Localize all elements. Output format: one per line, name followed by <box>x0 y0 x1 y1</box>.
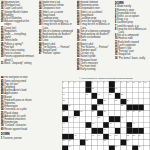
grid-cell[interactable] <box>80 99 85 104</box>
grid-cell[interactable] <box>132 99 137 104</box>
clue-number: 29 <box>63 110 65 112</box>
clue-number: 26 <box>68 105 70 107</box>
grid-cell[interactable] <box>74 140 79 145</box>
clue-column-bottom: 44 For everyone to hear45 Gene-splicing … <box>1 76 58 149</box>
grid-cell[interactable]: 5 <box>91 81 96 86</box>
grid-cell[interactable] <box>121 110 126 115</box>
grid-cell[interactable] <box>74 99 79 104</box>
grid-cell[interactable] <box>132 93 137 98</box>
grid-cell[interactable]: 30 <box>80 110 85 115</box>
grid-cell[interactable] <box>144 145 149 149</box>
clue-number: 52 <box>127 134 129 136</box>
grid-cell[interactable] <box>144 128 149 133</box>
grid-cell[interactable] <box>121 122 126 127</box>
grid-cell[interactable] <box>115 110 120 115</box>
grid-cell[interactable] <box>68 128 73 133</box>
black-cell <box>68 134 73 139</box>
grid-cell[interactable] <box>121 128 126 133</box>
black-cell <box>121 140 126 145</box>
clue-number: 12 <box>138 81 140 83</box>
grid-cell[interactable] <box>126 145 131 149</box>
grid-cell[interactable] <box>144 140 149 145</box>
grid-cell[interactable] <box>86 116 91 121</box>
clue-column-1: 14 Mountain lion15 Whirlpool rival16 Cap… <box>1 1 36 76</box>
grid-cell[interactable]: 25 <box>126 99 131 104</box>
clue-number: 7 <box>103 81 104 83</box>
clue-number: 15 <box>92 87 94 89</box>
grid-cell[interactable] <box>80 105 85 110</box>
grid-cell[interactable] <box>103 145 108 149</box>
black-cell <box>115 128 120 133</box>
grid-cell[interactable]: 15 <box>91 87 96 92</box>
clue-area-top: 14 Mountain lion15 Whirlpool rival16 Cap… <box>1 1 150 76</box>
grid-cell[interactable] <box>132 140 137 145</box>
clue-number: 33 <box>127 110 129 112</box>
grid-cell[interactable]: 54 <box>138 134 143 139</box>
grid-cell[interactable] <box>144 93 149 98</box>
clue-item: 47 "Fortune" option <box>39 52 74 55</box>
clue-item: 68 Early evening <box>77 68 112 71</box>
grid-cell[interactable] <box>74 145 79 149</box>
grid-cell[interactable] <box>144 99 149 104</box>
crossword-page: 14 Mountain lion15 Whirlpool rival16 Cap… <box>0 0 150 150</box>
clue-number: 24 <box>115 99 117 101</box>
clue-number: 55 <box>63 140 65 142</box>
grid-cell[interactable] <box>115 105 120 110</box>
black-cell <box>132 128 137 133</box>
grid-cell[interactable]: 11 <box>132 81 137 86</box>
puzzle-grid-block: © 1995 Timothy E. Parker & Universal Pre… <box>62 76 150 150</box>
grid-cell[interactable]: 9 <box>121 81 126 86</box>
grid-cell[interactable]: 53 <box>132 134 137 139</box>
clue-number: 32 <box>103 110 105 112</box>
clue-column-2: 32 Madre mia's lad33 Nonsensical refrain… <box>39 1 74 76</box>
clue-number: 35 <box>138 110 140 112</box>
clue-number: 60 <box>68 145 70 147</box>
grid-cell[interactable] <box>138 140 143 145</box>
grid-cell[interactable]: 10 <box>126 81 131 86</box>
clue-number: 62 <box>138 145 140 147</box>
grid-cell[interactable]: 23 <box>103 99 108 104</box>
clue-number: 58 <box>103 140 105 142</box>
black-cell <box>115 93 120 98</box>
grid-cell[interactable]: 56 <box>68 140 73 145</box>
grid-cell[interactable]: 39 <box>121 116 126 121</box>
clue-number: 48 <box>92 134 94 136</box>
grid-cell[interactable]: 55 <box>62 140 67 145</box>
grid-cell[interactable] <box>68 110 73 115</box>
grid-cell[interactable]: 35 <box>138 110 143 115</box>
grid-cell[interactable]: 2 <box>68 81 73 86</box>
black-cell <box>86 87 91 92</box>
grid-cell[interactable] <box>91 140 96 145</box>
clue-number: 47 <box>74 134 76 136</box>
clue-item: 1 Traverse, peruse <box>1 136 58 139</box>
clue-number: 22 <box>63 99 65 101</box>
grid-cell[interactable] <box>138 122 143 127</box>
grid-cell[interactable] <box>80 87 85 92</box>
grid-cell[interactable] <box>97 87 102 92</box>
clue-number: 5 <box>92 81 93 83</box>
clue-column-3: 48 Roland Gilbeud49 Nonsense verse50 Des… <box>77 1 112 76</box>
clue-number: 59 <box>127 140 129 142</box>
black-cell <box>115 116 120 121</box>
clue-number: 37 <box>74 116 76 118</box>
grid-cell[interactable] <box>91 116 96 121</box>
black-cell <box>126 105 131 110</box>
grid-cell[interactable] <box>80 122 85 127</box>
grid-cell[interactable]: 49 <box>97 134 102 139</box>
grid-cell[interactable] <box>103 105 108 110</box>
grid-cell[interactable]: 12 <box>138 81 143 86</box>
grid-cell[interactable]: 42 <box>109 122 114 127</box>
black-cell <box>109 81 114 86</box>
clue-number: 51 <box>115 134 117 136</box>
clue-number: 6 <box>98 81 99 83</box>
grid-cell[interactable] <box>109 128 114 133</box>
grid-cell[interactable]: 7 <box>103 81 108 86</box>
grid-cell[interactable]: 27 <box>97 105 102 110</box>
grid-cell[interactable]: 38 <box>97 116 102 121</box>
grid-cell[interactable] <box>121 145 126 149</box>
black-cell <box>138 128 143 133</box>
grid-cell[interactable] <box>74 105 79 110</box>
clue-number: 23 <box>103 99 105 101</box>
black-cell <box>86 81 91 86</box>
grid-cell[interactable] <box>103 87 108 92</box>
grid-cell[interactable] <box>109 99 114 104</box>
clue-number: 8 <box>115 81 116 83</box>
clue-number: 4 <box>80 81 81 83</box>
grid-cell[interactable] <box>144 122 149 127</box>
clue-number: 61 <box>115 145 117 147</box>
clue-number: 16 <box>115 87 117 89</box>
clue-number: 53 <box>133 134 135 136</box>
grid-cell[interactable] <box>80 93 85 98</box>
grid-cell[interactable] <box>86 145 91 149</box>
clue-number: 44 <box>63 128 65 130</box>
grid-cell[interactable]: 20 <box>109 93 114 98</box>
grid-cell[interactable]: 37 <box>74 116 79 121</box>
grid-cell[interactable]: 17 <box>62 93 67 98</box>
grid-cell[interactable] <box>80 145 85 149</box>
clue-number: 56 <box>68 140 70 142</box>
clue-number: 1 <box>63 81 64 83</box>
grid-cell[interactable]: 26 <box>68 105 73 110</box>
grid-cell[interactable]: 18 <box>86 93 91 98</box>
grid-cell[interactable] <box>138 116 143 121</box>
grid-cell[interactable] <box>68 122 73 127</box>
grid-cell[interactable] <box>86 110 91 115</box>
grid-cell[interactable] <box>74 93 79 98</box>
grid-cell[interactable]: 31 <box>91 110 96 115</box>
black-cell <box>80 140 85 145</box>
grid-cell[interactable]: 62 <box>138 145 143 149</box>
clue-item: 16 "Pro forma" basis, really <box>115 56 150 59</box>
black-cell <box>126 128 131 133</box>
black-cell <box>109 145 114 149</box>
clue-number: 28 <box>121 105 123 107</box>
clue-number: 20 <box>109 93 111 95</box>
grid-cell[interactable] <box>144 110 149 115</box>
clue-number: 19 <box>98 93 100 95</box>
clue-number: 3 <box>74 81 75 83</box>
clue-number: 11 <box>133 81 135 83</box>
grid-cell[interactable]: 57 <box>86 140 91 145</box>
grid-cell[interactable] <box>80 128 85 133</box>
clue-number: 18 <box>86 93 88 95</box>
grid-cell[interactable]: 43 <box>132 122 137 127</box>
black-cell <box>74 110 79 115</box>
grid-cell[interactable]: 16 <box>115 87 120 92</box>
clue-number: 38 <box>98 116 100 118</box>
grid-cell[interactable]: 41 <box>91 122 96 127</box>
clue-number: 25 <box>127 99 129 101</box>
black-cell <box>62 134 67 139</box>
grid-cell[interactable] <box>86 134 91 139</box>
clue-number: 14 <box>63 87 65 89</box>
black-cell <box>138 105 143 110</box>
grid-cell[interactable] <box>68 99 73 104</box>
black-cell <box>91 105 96 110</box>
grid-cell[interactable] <box>144 134 149 139</box>
clue-number: 9 <box>121 81 122 83</box>
clue-number: 41 <box>92 122 94 124</box>
black-cell <box>132 105 137 110</box>
grid-cell[interactable]: 22 <box>62 99 67 104</box>
black-cell <box>103 122 108 127</box>
black-cell <box>109 116 114 121</box>
grid-cell[interactable] <box>86 99 91 104</box>
grid-cell[interactable] <box>126 116 131 121</box>
grid-cell[interactable] <box>121 134 126 139</box>
clue-number: 36 <box>68 116 70 118</box>
clue-number: 34 <box>133 110 135 112</box>
clue-number: 30 <box>80 110 82 112</box>
grid-cell[interactable] <box>86 105 91 110</box>
grid-cell[interactable]: 3 <box>74 81 79 86</box>
grid-cell[interactable]: 36 <box>68 116 73 121</box>
grid-cell[interactable] <box>103 93 108 98</box>
grid-cell[interactable] <box>109 110 114 115</box>
grid-cell[interactable] <box>115 122 120 127</box>
clue-number: 39 <box>121 116 123 118</box>
black-cell <box>126 122 131 127</box>
grid-cell[interactable] <box>80 134 85 139</box>
grid-cell[interactable]: 21 <box>121 93 126 98</box>
grid-cell[interactable] <box>144 105 149 110</box>
grid-cell[interactable]: 50 <box>109 134 114 139</box>
grid-cell[interactable]: 24 <box>115 99 120 104</box>
grid-cell[interactable]: 59 <box>126 140 131 145</box>
clue-number: 31 <box>92 110 94 112</box>
grid-cell[interactable] <box>68 93 73 98</box>
grid-cell[interactable] <box>121 87 126 92</box>
grid-cell[interactable]: 32 <box>103 110 108 115</box>
grid-cell[interactable]: 14 <box>62 87 67 92</box>
grid-cell[interactable]: 6 <box>97 81 102 86</box>
grid-cell[interactable] <box>132 87 137 92</box>
grid-cell[interactable] <box>80 116 85 121</box>
grid-cell[interactable]: 48 <box>91 134 96 139</box>
black-cell <box>132 145 137 149</box>
clue-number: 17 <box>63 93 65 95</box>
black-cell <box>103 134 108 139</box>
clue-number: 27 <box>98 105 100 107</box>
grid-cell[interactable] <box>109 140 114 145</box>
clue-column-4: DOWN1 Wade noisily2 Romney's state3 Desp… <box>115 1 150 76</box>
grid-cell[interactable]: 34 <box>132 110 137 115</box>
grid-cell[interactable] <box>68 87 73 92</box>
grid-cell[interactable] <box>138 93 143 98</box>
grid-cell[interactable] <box>97 122 102 127</box>
clue-number: 43 <box>133 122 135 124</box>
clue-number: 57 <box>86 140 88 142</box>
grid-cell[interactable] <box>109 105 114 110</box>
clue-number: 13 <box>144 81 146 83</box>
clue-number: 21 <box>121 93 123 95</box>
clue-item: 31 Block "Jeopardy" setting <box>1 61 36 64</box>
grid-cell[interactable] <box>91 145 96 149</box>
black-cell <box>86 122 91 127</box>
grid-cell[interactable] <box>91 99 96 104</box>
grid-cell[interactable] <box>144 116 149 121</box>
grid-cell[interactable] <box>126 87 131 92</box>
grid-cell[interactable] <box>138 99 143 104</box>
grid-cell[interactable]: 58 <box>103 140 108 145</box>
grid-cell[interactable] <box>126 93 131 98</box>
black-cell <box>97 128 102 133</box>
clue-number: 42 <box>109 122 111 124</box>
grid-cell[interactable]: 13 <box>144 81 149 86</box>
grid-cell[interactable] <box>103 116 108 121</box>
black-cell <box>97 110 102 115</box>
grid-cell[interactable]: 52 <box>126 134 131 139</box>
grid-cell[interactable]: 61 <box>115 145 120 149</box>
grid-cell[interactable] <box>74 87 79 92</box>
crossword-grid: 1234567891011121314151617181920212223242… <box>62 81 150 150</box>
black-cell <box>62 105 67 110</box>
grid-cell[interactable]: 47 <box>74 134 79 139</box>
black-cell <box>62 116 67 121</box>
grid-cell[interactable] <box>138 87 143 92</box>
grid-cell[interactable]: 44 <box>62 128 67 133</box>
grid-cell[interactable]: 45 <box>86 128 91 133</box>
clue-number: 45 <box>86 128 88 130</box>
grid-cell[interactable] <box>144 87 149 92</box>
grid-cell[interactable]: 19 <box>97 93 102 98</box>
grid-cell[interactable]: 29 <box>62 110 67 115</box>
clue-number: 40 <box>63 122 65 124</box>
black-cell <box>62 145 67 149</box>
black-cell <box>91 128 96 133</box>
grid-cell[interactable]: 4 <box>80 81 85 86</box>
grid-cell[interactable]: 28 <box>121 105 126 110</box>
grid-cell[interactable]: 60 <box>68 145 73 149</box>
black-cell <box>109 87 114 92</box>
black-cell <box>91 93 96 98</box>
grid-cell[interactable] <box>97 140 102 145</box>
grid-cell[interactable]: 33 <box>126 110 131 115</box>
grid-cell[interactable]: 40 <box>62 122 67 127</box>
clue-number: 46 <box>103 128 105 130</box>
black-cell <box>97 99 102 104</box>
grid-cell[interactable] <box>74 122 79 127</box>
grid-cell[interactable] <box>115 140 120 145</box>
grid-cell[interactable]: 51 <box>115 134 120 139</box>
clue-number: 2 <box>68 81 69 83</box>
clue-number: 50 <box>109 134 111 136</box>
clue-number: 49 <box>98 134 100 136</box>
grid-cell[interactable]: 46 <box>103 128 108 133</box>
black-cell <box>121 99 126 104</box>
grid-cell[interactable]: 8 <box>115 81 120 86</box>
clue-number: 10 <box>127 81 129 83</box>
clue-number: 54 <box>138 134 140 136</box>
grid-cell[interactable]: 1 <box>62 81 67 86</box>
grid-cell[interactable] <box>97 145 102 149</box>
grid-cell[interactable] <box>132 116 137 121</box>
grid-cell[interactable] <box>74 128 79 133</box>
